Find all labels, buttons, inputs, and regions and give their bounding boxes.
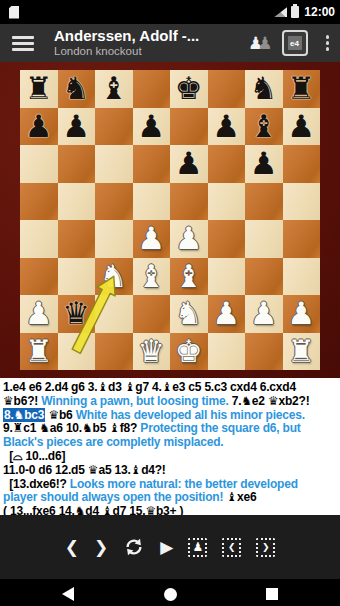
square-e8[interactable]: ♚ — [170, 70, 208, 108]
piece-white-queen: ♛ — [137, 333, 165, 370]
square-b2[interactable]: ♛ — [58, 295, 96, 333]
square-e4[interactable]: ♟ — [170, 220, 208, 258]
square-c5[interactable] — [95, 183, 133, 221]
square-f7[interactable]: ♟ — [208, 108, 246, 146]
square-d3[interactable]: ♝ — [133, 258, 171, 296]
setup-position-icon[interactable]: e4 — [282, 30, 308, 56]
move-run[interactable]: ♛b6 — [45, 408, 75, 422]
move-line: 8.♞bc3 ♛b6 White has developed all his m… — [3, 409, 340, 423]
piece-white-pawn: ♟ — [287, 295, 315, 332]
square-d7[interactable]: ♟ — [133, 108, 171, 146]
square-f1[interactable] — [208, 333, 246, 371]
piece-black-queen: ♛ — [62, 295, 90, 332]
square-c8[interactable]: ♝ — [95, 70, 133, 108]
previous-game-icon[interactable]: ❮ — [222, 538, 241, 557]
square-c4[interactable] — [95, 220, 133, 258]
piece-black-pawn: ♟ — [62, 108, 90, 145]
comment-run: Looks more natural: the better developed — [70, 477, 298, 491]
piece-black-pawn: ♟ — [250, 145, 278, 182]
move-run[interactable]: ♛b6?! — [3, 394, 41, 408]
piece-white-rook: ♜ — [25, 333, 53, 370]
piece-white-knight: ♞ — [100, 258, 128, 295]
square-f8[interactable] — [208, 70, 246, 108]
notification-document-icon — [9, 6, 19, 19]
piece-black-bishop: ♝ — [250, 108, 278, 145]
square-b5[interactable] — [58, 183, 96, 221]
square-g2[interactable]: ♟ — [245, 295, 283, 333]
autoplay-icon[interactable]: ▶ — [160, 537, 173, 557]
move-line: [13.dxe6!? Looks more natural: the bette… — [3, 478, 340, 492]
square-f6[interactable] — [208, 145, 246, 183]
signal-icon — [274, 7, 287, 17]
home-icon[interactable] — [164, 588, 177, 601]
square-b6[interactable] — [58, 145, 96, 183]
square-e2[interactable]: ♞ — [170, 295, 208, 333]
board-frame: ♜♞♝♚♞♜♟♟♟♟♝♟♟♟♟♟♞♝♝♟♛♞♟♟♟♜♛♚♜ — [0, 62, 340, 378]
square-c3[interactable]: ♞ — [95, 258, 133, 296]
move-line: player should always open the position! … — [3, 491, 340, 505]
square-c6[interactable] — [95, 145, 133, 183]
piece-black-rook: ♜ — [25, 70, 53, 107]
square-a8[interactable]: ♜ — [20, 70, 58, 108]
comment-run: Protecting the square d6, but — [140, 421, 300, 435]
piece-white-pawn: ♟ — [25, 295, 53, 332]
game-title: Anderssen, Adolf -... — [54, 28, 248, 45]
move-run[interactable]: 1.e4 e6 2.d4 g6 3.♝d3 ♝g7 4.♝e3 c5 5.c3 … — [3, 380, 296, 394]
status-clock: 12:00 — [304, 5, 335, 19]
square-g1[interactable] — [245, 333, 283, 371]
square-h5[interactable] — [283, 183, 321, 221]
square-a3[interactable] — [20, 258, 58, 296]
move-run[interactable]: 7.♞e2 ♛xb2?! — [232, 394, 310, 408]
square-g4[interactable] — [245, 220, 283, 258]
status-bar: 12:00 — [0, 0, 340, 24]
piece-white-bishop: ♝ — [175, 258, 203, 295]
setup-position-label: e4 — [288, 36, 302, 50]
move-list: 1.e4 e6 2.d4 g6 3.♝d3 ♝g7 4.♝e3 c5 5.c3 … — [0, 378, 340, 515]
square-h2[interactable]: ♟ — [283, 295, 321, 333]
piece-black-pawn: ♟ — [137, 108, 165, 145]
back-icon[interactable] — [62, 587, 74, 601]
square-f2[interactable]: ♟ — [208, 295, 246, 333]
square-e3[interactable]: ♝ — [170, 258, 208, 296]
menu-icon[interactable] — [12, 36, 34, 51]
square-c7[interactable] — [95, 108, 133, 146]
move-run[interactable]: 9.♜c1 ♞a6 10.♞b5 ♝f8? — [3, 421, 140, 435]
title-block: Anderssen, Adolf -... London knockout — [54, 28, 248, 57]
square-h4[interactable] — [283, 220, 321, 258]
piece-white-rook: ♜ — [287, 333, 315, 370]
square-d4[interactable]: ♟ — [133, 220, 171, 258]
players-icon[interactable]: ♟♟ — [248, 35, 267, 52]
move-run[interactable]: [⌓ 10...d6] — [3, 449, 65, 463]
previous-move-icon[interactable]: ❮ — [65, 537, 79, 557]
move-run[interactable]: ( 13...fxe6 14.♞d4 ♝d7 15.♛b3+ ) — [3, 504, 183, 515]
app-toolbar: Anderssen, Adolf -... London knockout ♟♟… — [0, 24, 340, 62]
square-e6[interactable]: ♟ — [170, 145, 208, 183]
piece-white-pawn: ♟ — [250, 295, 278, 332]
overflow-menu-icon[interactable] — [323, 35, 333, 51]
square-a4[interactable] — [20, 220, 58, 258]
square-d2[interactable] — [133, 295, 171, 333]
piece-white-bishop: ♝ — [137, 258, 165, 295]
square-e1[interactable]: ♚ — [170, 333, 208, 371]
piece-black-pawn: ♟ — [287, 108, 315, 145]
move-line: 1.e4 e6 2.d4 g6 3.♝d3 ♝g7 4.♝e3 c5 5.c3 … — [3, 381, 340, 395]
square-e7[interactable] — [170, 108, 208, 146]
square-g7[interactable]: ♝ — [245, 108, 283, 146]
comment-run: Black's pieces are completly misplaced. — [3, 435, 224, 449]
chess-board: ♜♞♝♚♞♜♟♟♟♟♝♟♟♟♟♟♞♝♝♟♛♞♟♟♟♜♛♚♜ — [20, 70, 320, 370]
square-a6[interactable] — [20, 145, 58, 183]
square-h3[interactable] — [283, 258, 321, 296]
square-d6[interactable] — [133, 145, 171, 183]
piece-white-king: ♚ — [175, 333, 203, 370]
piece-black-bishop: ♝ — [100, 70, 128, 107]
square-a1[interactable]: ♜ — [20, 333, 58, 371]
next-move-icon[interactable]: ❯ — [94, 537, 108, 557]
square-h1[interactable]: ♜ — [283, 333, 321, 371]
comment-run: Winning a pawn, but loosing time. — [41, 394, 231, 408]
piece-black-knight: ♞ — [250, 70, 278, 107]
square-b7[interactable]: ♟ — [58, 108, 96, 146]
square-g6[interactable]: ♟ — [245, 145, 283, 183]
piece-white-knight: ♞ — [175, 295, 203, 332]
recents-icon[interactable] — [266, 588, 278, 600]
square-d5[interactable] — [133, 183, 171, 221]
move-line: ♛b6?! Winning a pawn, but loosing time. … — [3, 395, 340, 409]
piece-black-pawn: ♟ — [212, 108, 240, 145]
piece-white-pawn: ♟ — [212, 295, 240, 332]
square-h6[interactable] — [283, 145, 321, 183]
engine-cycle-icon[interactable] — [123, 537, 145, 557]
square-b8[interactable]: ♞ — [58, 70, 96, 108]
square-f5[interactable] — [208, 183, 246, 221]
piece-black-pawn: ♟ — [175, 145, 203, 182]
square-b1[interactable] — [58, 333, 96, 371]
move-run[interactable]: ♝xe6 — [226, 490, 256, 504]
square-c2[interactable] — [95, 295, 133, 333]
piece-black-king: ♚ — [175, 70, 203, 107]
game-subtitle: London knockout — [54, 45, 248, 58]
square-g5[interactable] — [245, 183, 283, 221]
android-nav-bar — [0, 579, 340, 606]
square-a5[interactable] — [20, 183, 58, 221]
square-a7[interactable]: ♟ — [20, 108, 58, 146]
piece-white-pawn: ♟ — [137, 220, 165, 257]
move-run[interactable]: 11.0-0 d6 12.d5 ♛a5 13.♝d4?! — [3, 463, 166, 477]
square-d1[interactable]: ♛ — [133, 333, 171, 371]
piece-black-knight: ♞ — [62, 70, 90, 107]
current-move-highlight[interactable]: 8.♞bc3 — [3, 408, 45, 422]
square-f3[interactable] — [208, 258, 246, 296]
piece-black-pawn: ♟ — [25, 108, 53, 145]
playback-toolbar: ❮ ❯ ▶ ♟ ❮ ❯ — [0, 515, 340, 579]
square-h7[interactable]: ♟ — [283, 108, 321, 146]
square-c1[interactable] — [95, 333, 133, 371]
move-run[interactable]: [13.dxe6!? — [3, 477, 70, 491]
square-b3[interactable] — [58, 258, 96, 296]
square-a2[interactable]: ♟ — [20, 295, 58, 333]
move-line: Black's pieces are completly misplaced. — [3, 436, 340, 450]
square-g8[interactable]: ♞ — [245, 70, 283, 108]
game-position-icon[interactable]: ♟ — [188, 538, 207, 557]
square-h8[interactable]: ♜ — [283, 70, 321, 108]
square-e5[interactable] — [170, 183, 208, 221]
piece-white-pawn: ♟ — [175, 220, 203, 257]
square-d8[interactable] — [133, 70, 171, 108]
move-line: ( 13...fxe6 14.♞d4 ♝d7 15.♛b3+ ) — [3, 505, 340, 515]
chess-app-window: 12:00 Anderssen, Adolf -... London knock… — [0, 0, 340, 606]
square-f4[interactable] — [208, 220, 246, 258]
square-b4[interactable] — [58, 220, 96, 258]
battery-icon — [291, 6, 299, 18]
next-game-icon[interactable]: ❯ — [256, 538, 275, 557]
piece-black-rook: ♜ — [287, 70, 315, 107]
square-g3[interactable] — [245, 258, 283, 296]
comment-run: White has developed all his minor pieces… — [76, 408, 305, 422]
comment-run: player should always open the position! — [3, 490, 226, 504]
move-line: [⌓ 10...d6] — [3, 450, 340, 464]
move-line: 11.0-0 d6 12.d5 ♛a5 13.♝d4?! — [3, 464, 340, 478]
move-line: 9.♜c1 ♞a6 10.♞b5 ♝f8? Protecting the squ… — [3, 422, 340, 436]
